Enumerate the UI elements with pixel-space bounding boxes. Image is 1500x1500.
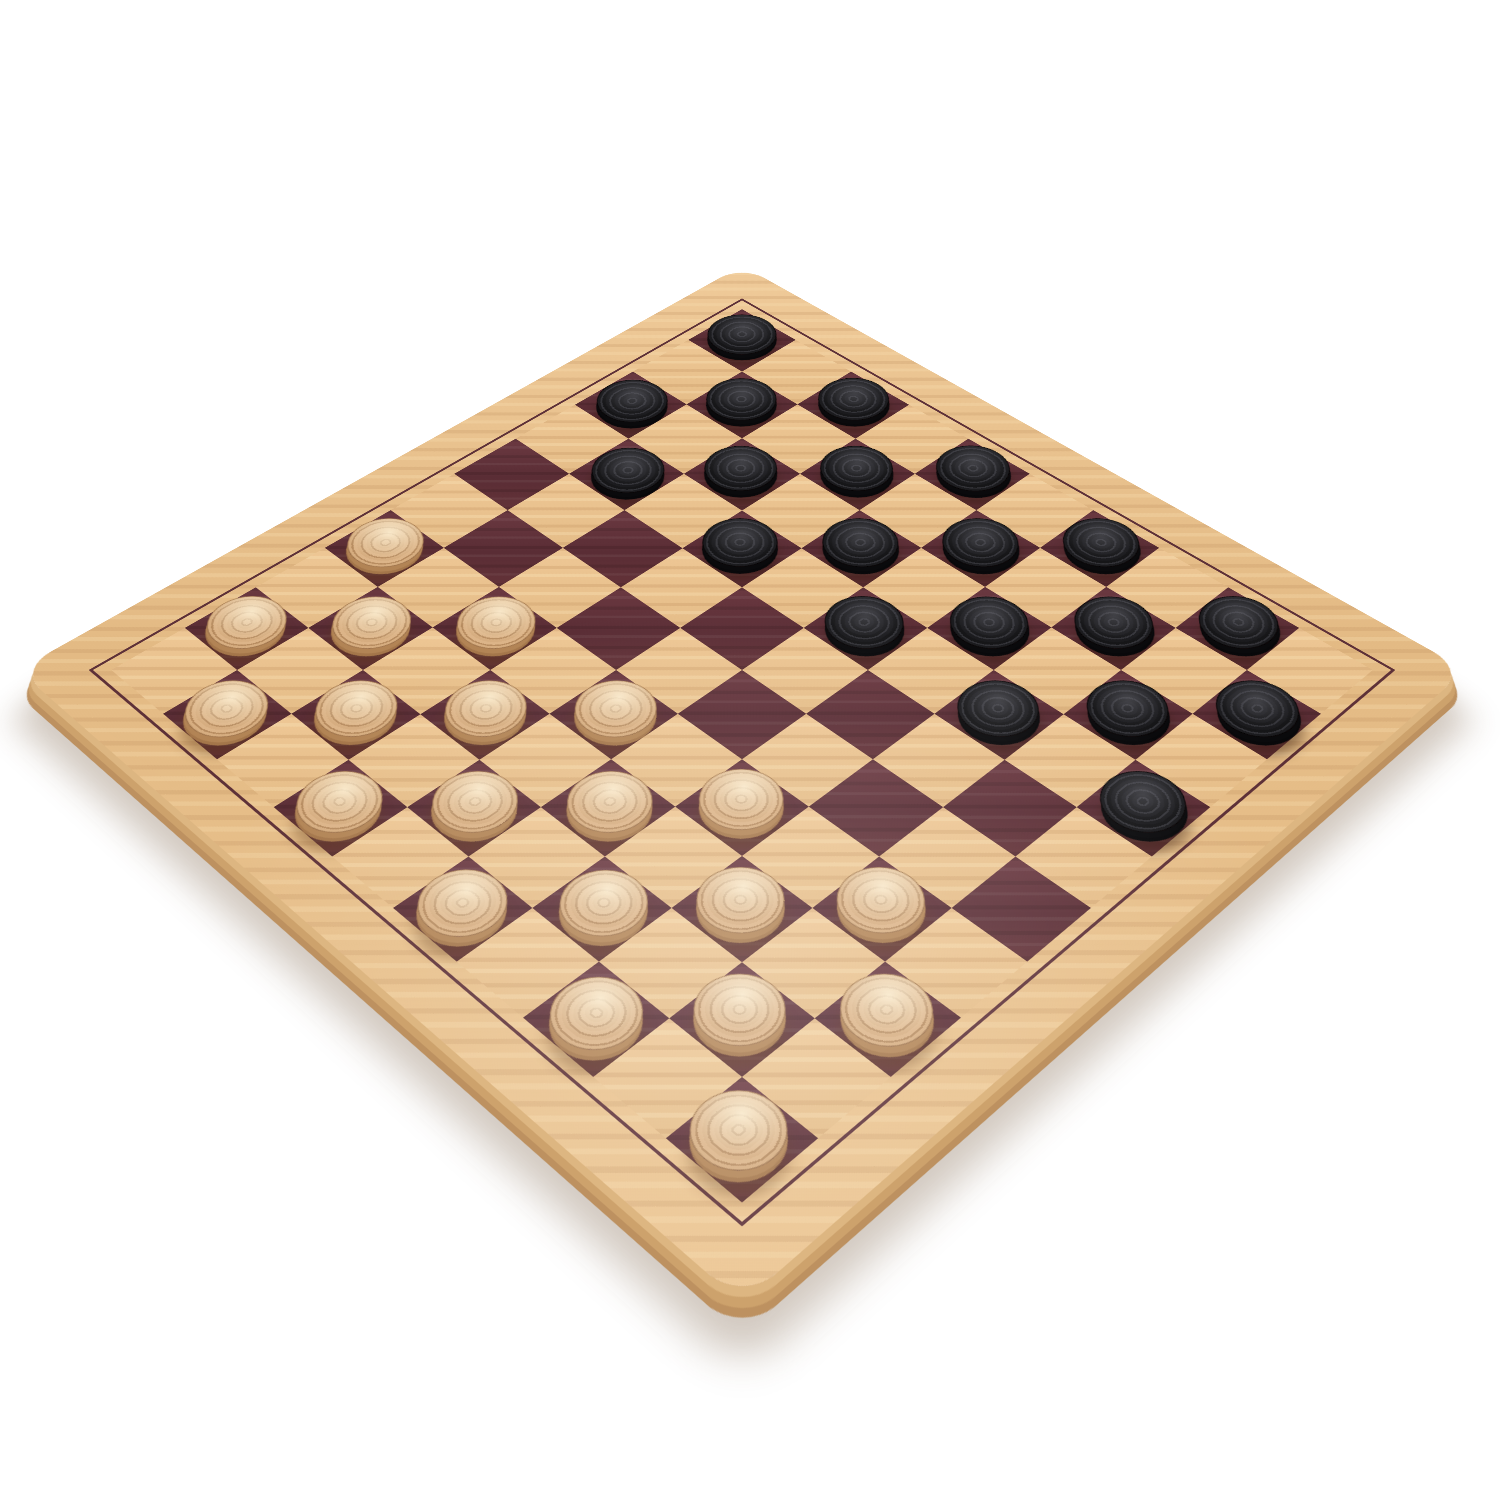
draughts-board bbox=[18, 265, 1466, 1303]
product-photo-scene: W:W31-50:B1-20 bbox=[0, 0, 1500, 1500]
board-grid bbox=[111, 309, 1372, 1202]
